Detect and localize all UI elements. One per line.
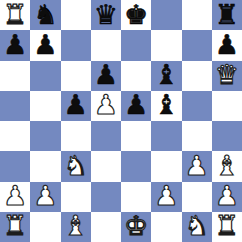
square-g5[interactable]: [182, 91, 212, 121]
square-g7[interactable]: [182, 30, 212, 60]
square-d3[interactable]: [91, 151, 121, 181]
piece-black-knight[interactable]: ♞: [33, 1, 57, 28]
square-h5[interactable]: [212, 91, 242, 121]
square-d1[interactable]: [91, 212, 121, 242]
square-a4[interactable]: [0, 121, 30, 151]
square-e2[interactable]: [121, 182, 151, 212]
square-a2[interactable]: ♟: [0, 182, 30, 212]
square-f6[interactable]: ♝: [151, 61, 181, 91]
square-e6[interactable]: [121, 61, 151, 91]
square-f5[interactable]: ♝: [151, 91, 181, 121]
piece-white-bishop[interactable]: ♝: [64, 212, 88, 239]
square-g6[interactable]: [182, 61, 212, 91]
square-b2[interactable]: ♟: [30, 182, 60, 212]
piece-white-pawn[interactable]: ♟: [215, 182, 239, 209]
square-d5[interactable]: ♟: [91, 91, 121, 121]
square-b8[interactable]: ♞: [30, 0, 60, 30]
square-c3[interactable]: ♞: [61, 151, 91, 181]
square-h6[interactable]: ♛: [212, 61, 242, 91]
piece-black-pawn[interactable]: ♟: [124, 91, 148, 118]
piece-black-pawn[interactable]: ♟: [94, 61, 118, 88]
square-c7[interactable]: [61, 30, 91, 60]
piece-white-rook[interactable]: ♜: [3, 212, 27, 239]
square-b7[interactable]: ♟: [30, 30, 60, 60]
square-e1[interactable]: ♚: [121, 212, 151, 242]
piece-white-pawn[interactable]: ♟: [33, 182, 57, 209]
square-h3[interactable]: ♝: [212, 151, 242, 181]
piece-white-pawn[interactable]: ♟: [94, 91, 118, 118]
square-g3[interactable]: ♟: [182, 151, 212, 181]
square-h2[interactable]: ♟: [212, 182, 242, 212]
square-g4[interactable]: [182, 121, 212, 151]
square-b1[interactable]: [30, 212, 60, 242]
square-h4[interactable]: [212, 121, 242, 151]
square-d4[interactable]: [91, 121, 121, 151]
square-b3[interactable]: [30, 151, 60, 181]
square-g8[interactable]: [182, 0, 212, 30]
piece-white-queen[interactable]: ♛: [215, 61, 239, 88]
square-c6[interactable]: [61, 61, 91, 91]
piece-white-rook[interactable]: ♜: [3, 1, 27, 28]
piece-black-king[interactable]: ♚: [124, 1, 148, 28]
square-f3[interactable]: [151, 151, 181, 181]
square-f8[interactable]: [151, 0, 181, 30]
square-a7[interactable]: ♟: [0, 30, 30, 60]
square-c5[interactable]: ♟: [61, 91, 91, 121]
square-b4[interactable]: [30, 121, 60, 151]
square-e3[interactable]: [121, 151, 151, 181]
square-g2[interactable]: [182, 182, 212, 212]
piece-white-king[interactable]: ♚: [124, 212, 148, 239]
square-a8[interactable]: ♜: [0, 0, 30, 30]
square-d8[interactable]: ♛: [91, 0, 121, 30]
square-c2[interactable]: [61, 182, 91, 212]
square-c1[interactable]: ♝: [61, 212, 91, 242]
piece-black-rook[interactable]: ♜: [215, 1, 239, 28]
square-e8[interactable]: ♚: [121, 0, 151, 30]
piece-white-knight[interactable]: ♞: [185, 212, 209, 239]
piece-white-pawn[interactable]: ♟: [3, 182, 27, 209]
square-f4[interactable]: [151, 121, 181, 151]
square-h1[interactable]: ♜: [212, 212, 242, 242]
square-a5[interactable]: [0, 91, 30, 121]
square-d2[interactable]: [91, 182, 121, 212]
square-e7[interactable]: [121, 30, 151, 60]
square-f1[interactable]: [151, 212, 181, 242]
square-e5[interactable]: ♟: [121, 91, 151, 121]
piece-black-pawn[interactable]: ♟: [33, 31, 57, 58]
piece-black-pawn[interactable]: ♟: [64, 91, 88, 118]
piece-white-rook[interactable]: ♜: [215, 212, 239, 239]
piece-black-pawn[interactable]: ♟: [215, 31, 239, 58]
square-f7[interactable]: [151, 30, 181, 60]
piece-black-bishop[interactable]: ♝: [154, 91, 178, 118]
piece-white-bishop[interactable]: ♝: [215, 152, 239, 179]
square-b6[interactable]: [30, 61, 60, 91]
chess-board-wrapper: ♜♞♛♚♜♟♟♟♟♝♛♟♟♟♝♞♟♝♟♟♟♟♜♝♚♞♜: [0, 0, 242, 242]
square-h7[interactable]: ♟: [212, 30, 242, 60]
square-h8[interactable]: ♜: [212, 0, 242, 30]
piece-white-knight[interactable]: ♞: [64, 152, 88, 179]
square-d6[interactable]: ♟: [91, 61, 121, 91]
square-c8[interactable]: [61, 0, 91, 30]
piece-white-pawn[interactable]: ♟: [154, 182, 178, 209]
chess-board: ♜♞♛♚♜♟♟♟♟♝♛♟♟♟♝♞♟♝♟♟♟♟♜♝♚♞♜: [0, 0, 242, 242]
square-a3[interactable]: [0, 151, 30, 181]
square-f2[interactable]: ♟: [151, 182, 181, 212]
square-b5[interactable]: [30, 91, 60, 121]
piece-white-pawn[interactable]: ♟: [185, 152, 209, 179]
square-a6[interactable]: [0, 61, 30, 91]
piece-black-queen[interactable]: ♛: [94, 1, 118, 28]
square-c4[interactable]: [61, 121, 91, 151]
piece-black-pawn[interactable]: ♟: [3, 31, 27, 58]
piece-black-bishop[interactable]: ♝: [154, 61, 178, 88]
square-a1[interactable]: ♜: [0, 212, 30, 242]
square-g1[interactable]: ♞: [182, 212, 212, 242]
square-d7[interactable]: [91, 30, 121, 60]
square-e4[interactable]: [121, 121, 151, 151]
